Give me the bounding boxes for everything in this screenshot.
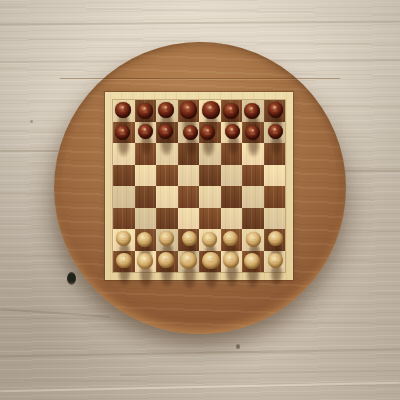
piece-white-rook-h1[interactable]: ♖ xyxy=(268,253,284,269)
piece-glyph: ♙ xyxy=(226,234,234,243)
square-e3[interactable] xyxy=(199,208,221,230)
piece-glyph: ♙ xyxy=(206,235,214,244)
piece-glyph: ♟ xyxy=(249,128,257,137)
piece-glyph: ♗ xyxy=(162,256,170,265)
piece-black-bishop-f8[interactable]: ♝ xyxy=(223,103,239,119)
piece-glyph: ♘ xyxy=(248,257,256,266)
piece-glyph: ♙ xyxy=(271,234,279,243)
square-f6[interactable] xyxy=(221,143,243,165)
piece-glyph: ♟ xyxy=(119,128,127,137)
piece-glyph: ♖ xyxy=(120,256,128,265)
piece-black-bishop-c8[interactable]: ♝ xyxy=(158,102,174,118)
piece-black-pawn-g7[interactable]: ♟ xyxy=(245,125,260,140)
square-e5[interactable] xyxy=(199,165,221,187)
square-g6[interactable] xyxy=(242,143,264,165)
piece-white-rook-a1[interactable]: ♖ xyxy=(116,253,132,269)
piece-black-pawn-c7[interactable]: ♟ xyxy=(158,124,173,139)
piece-white-king-e1[interactable]: ♔ xyxy=(202,252,220,270)
piece-glyph: ♞ xyxy=(141,106,149,115)
piece-glyph: ♟ xyxy=(204,128,212,137)
square-g4[interactable] xyxy=(242,186,264,208)
square-c4[interactable] xyxy=(156,186,178,208)
piece-black-king-e8[interactable]: ♚ xyxy=(202,101,220,119)
piece-glyph: ♖ xyxy=(271,256,279,265)
piece-glyph: ♜ xyxy=(271,105,279,114)
piece-glyph: ♜ xyxy=(119,105,127,114)
square-e4[interactable] xyxy=(199,186,221,208)
piece-glyph: ♞ xyxy=(248,106,256,115)
wood-knot-speck xyxy=(236,344,240,349)
piece-glyph: ♗ xyxy=(227,256,235,265)
square-d5[interactable] xyxy=(178,165,200,187)
piece-glyph: ♟ xyxy=(186,128,194,137)
piece-glyph: ♔ xyxy=(207,256,215,265)
piece-black-rook-a8[interactable]: ♜ xyxy=(115,102,131,118)
piece-glyph: ♙ xyxy=(163,234,171,243)
piece-glyph: ♟ xyxy=(141,127,149,136)
piece-white-pawn-b2[interactable]: ♙ xyxy=(137,232,152,247)
piece-glyph: ♝ xyxy=(162,105,170,114)
square-b4[interactable] xyxy=(135,186,157,208)
square-c3[interactable] xyxy=(156,208,178,230)
piece-black-pawn-d7[interactable]: ♟ xyxy=(183,125,198,140)
wood-knot-speck xyxy=(30,120,33,123)
piece-white-pawn-d2[interactable]: ♙ xyxy=(182,231,197,246)
piece-black-pawn-e7[interactable]: ♟ xyxy=(200,125,215,140)
square-f4[interactable] xyxy=(221,186,243,208)
piece-black-pawn-a7[interactable]: ♟ xyxy=(115,125,130,140)
piece-glyph: ♟ xyxy=(162,127,170,136)
piece-white-queen-d1[interactable]: ♕ xyxy=(180,252,198,270)
square-b6[interactable] xyxy=(135,143,157,165)
piece-black-pawn-f7[interactable]: ♟ xyxy=(225,124,240,139)
piece-glyph: ♙ xyxy=(250,235,258,244)
piece-black-rook-h8[interactable]: ♜ xyxy=(268,102,284,118)
square-d6[interactable] xyxy=(178,143,200,165)
square-h4[interactable] xyxy=(264,186,286,208)
piece-white-pawn-h2[interactable]: ♙ xyxy=(268,231,283,246)
square-b3[interactable] xyxy=(135,208,157,230)
piece-black-queen-d8[interactable]: ♛ xyxy=(180,101,198,119)
disc-edge-knot xyxy=(67,272,76,285)
piece-glyph: ♕ xyxy=(184,256,192,265)
scene: ♜♞♝♛♚♝♞♜♟♟♟♟♟♟♟♟♙♙♙♙♙♙♙♙♖♘♗♕♔♗♘♖ xyxy=(0,0,400,400)
piece-black-knight-g8[interactable]: ♞ xyxy=(244,103,260,119)
piece-black-pawn-h7[interactable]: ♟ xyxy=(268,124,283,139)
square-h3[interactable] xyxy=(264,208,286,230)
square-a5[interactable] xyxy=(113,165,135,187)
square-a6[interactable] xyxy=(113,143,135,165)
piece-glyph: ♟ xyxy=(228,127,236,136)
piece-black-knight-b8[interactable]: ♞ xyxy=(137,103,153,119)
square-h5[interactable] xyxy=(264,165,286,187)
square-g5[interactable] xyxy=(242,165,264,187)
piece-black-pawn-b7[interactable]: ♟ xyxy=(138,124,153,139)
piece-glyph: ♙ xyxy=(140,235,148,244)
piece-white-pawn-f2[interactable]: ♙ xyxy=(223,231,238,246)
square-a4[interactable] xyxy=(113,186,135,208)
piece-glyph: ♚ xyxy=(207,105,215,114)
square-g3[interactable] xyxy=(242,208,264,230)
piece-glyph: ♙ xyxy=(185,234,193,243)
square-f5[interactable] xyxy=(221,165,243,187)
square-d3[interactable] xyxy=(178,208,200,230)
piece-white-bishop-c1[interactable]: ♗ xyxy=(158,252,174,268)
piece-white-knight-g1[interactable]: ♘ xyxy=(244,253,260,269)
square-c6[interactable] xyxy=(156,143,178,165)
square-d4[interactable] xyxy=(178,186,200,208)
piece-glyph: ♝ xyxy=(227,106,235,115)
square-f3[interactable] xyxy=(221,208,243,230)
piece-glyph: ♙ xyxy=(120,234,128,243)
piece-glyph: ♛ xyxy=(184,105,192,114)
square-b5[interactable] xyxy=(135,165,157,187)
square-a3[interactable] xyxy=(113,208,135,230)
square-c5[interactable] xyxy=(156,165,178,187)
square-e6[interactable] xyxy=(199,143,221,165)
piece-glyph: ♟ xyxy=(271,127,279,136)
piece-glyph: ♘ xyxy=(141,257,149,266)
square-h6[interactable] xyxy=(264,143,286,165)
